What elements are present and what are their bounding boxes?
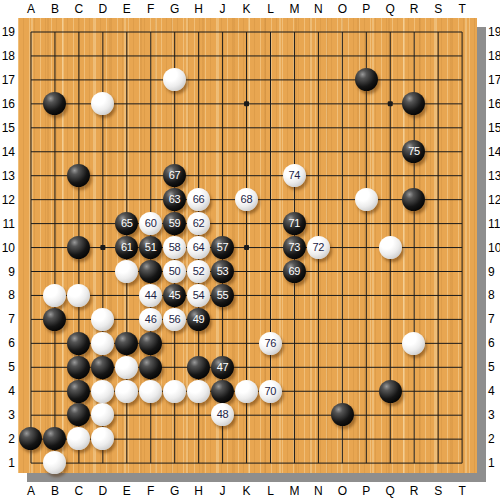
coord-label-bottom-B: B [43,483,67,499]
coord-label-bottom-O: O [330,483,354,499]
stone-white-H4[interactable] [187,380,210,403]
stone-white-F7[interactable]: 46 [139,308,162,331]
coord-label-left-10: 10 [0,236,15,260]
coord-label-right-13: 13 [488,164,500,188]
coord-label-bottom-E: E [115,483,139,499]
coord-label-top-N: N [306,1,330,17]
stone-white-H11[interactable]: 62 [187,212,210,235]
stone-black-F10[interactable]: 51 [139,236,162,259]
coord-label-right-15: 15 [488,116,500,140]
stone-white-D3[interactable] [91,403,114,426]
stone-white-D16[interactable] [91,92,114,115]
coord-label-top-P: P [354,1,378,17]
stone-black-E6[interactable] [115,332,138,355]
coord-label-bottom-T: T [450,483,474,499]
stone-white-F8[interactable]: 44 [139,284,162,307]
stone-white-H9[interactable]: 52 [187,260,210,283]
stone-black-G11[interactable]: 59 [163,212,186,235]
coord-label-bottom-P: P [354,483,378,499]
coord-label-top-F: F [139,1,163,17]
coord-label-bottom-D: D [91,483,115,499]
go-board[interactable]: 7567746366686560596271615158645773725052… [18,18,477,473]
coord-label-right-14: 14 [488,140,500,164]
coord-label-left-4: 4 [0,379,15,403]
coord-label-left-1: 1 [0,451,15,475]
coord-label-right-9: 9 [488,260,500,284]
coord-label-left-19: 19 [0,20,15,44]
stone-black-R14[interactable]: 75 [402,140,425,163]
stone-white-F4[interactable] [139,380,162,403]
stone-white-K12[interactable]: 68 [235,188,258,211]
stone-white-F11[interactable]: 60 [139,212,162,235]
stone-white-G10[interactable]: 58 [163,236,186,259]
stone-white-R6[interactable] [402,332,425,355]
coord-label-bottom-K: K [235,483,259,499]
coord-label-left-11: 11 [0,212,15,236]
coord-label-right-10: 10 [488,236,500,260]
coord-label-right-6: 6 [488,331,500,355]
coord-label-top-M: M [282,1,306,17]
coord-label-top-Q: Q [378,1,402,17]
stone-white-E5[interactable] [115,356,138,379]
stone-black-H5[interactable] [187,356,210,379]
stone-black-P17[interactable] [355,68,378,91]
stone-black-C6[interactable] [67,332,90,355]
stone-black-E10[interactable]: 61 [115,236,138,259]
coord-label-left-17: 17 [0,68,15,92]
stone-white-Q10[interactable] [379,236,402,259]
stone-black-F6[interactable] [139,332,162,355]
coord-label-top-C: C [67,1,91,17]
stone-white-C2[interactable] [67,427,90,450]
coord-label-right-3: 3 [488,403,500,427]
coord-label-right-8: 8 [488,283,500,307]
coord-label-top-K: K [235,1,259,17]
stone-black-O3[interactable] [331,403,354,426]
stone-white-H8[interactable]: 54 [187,284,210,307]
stone-white-E4[interactable] [115,380,138,403]
stone-white-G17[interactable] [163,68,186,91]
stone-black-Q4[interactable] [379,380,402,403]
stone-black-M10[interactable]: 73 [283,236,306,259]
coord-label-right-5: 5 [488,355,500,379]
stone-black-F9[interactable] [139,260,162,283]
stone-black-B2[interactable] [43,427,66,450]
go-diagram-page: 7567746366686560596271615158645773725052… [0,0,500,500]
coord-label-right-17: 17 [488,68,500,92]
stone-black-J10[interactable]: 57 [211,236,234,259]
coord-label-left-15: 15 [0,116,15,140]
stone-black-J8[interactable]: 55 [211,284,234,307]
coord-label-right-18: 18 [488,44,500,68]
stone-white-M13[interactable]: 74 [283,164,306,187]
coord-label-left-6: 6 [0,331,15,355]
stone-white-G7[interactable]: 56 [163,308,186,331]
board-intersections-grid[interactable]: 7567746366686560596271615158645773725052… [19,20,474,475]
stone-white-N10[interactable]: 72 [307,236,330,259]
coord-label-top-D: D [91,1,115,17]
stone-black-J5[interactable]: 47 [211,356,234,379]
stone-white-K4[interactable] [235,380,258,403]
coord-label-left-18: 18 [0,44,15,68]
coord-label-bottom-A: A [19,483,43,499]
stone-white-L4[interactable]: 70 [259,380,282,403]
stone-black-C4[interactable] [67,380,90,403]
coord-label-top-S: S [426,1,450,17]
stone-black-R12[interactable] [402,188,425,211]
stone-black-C5[interactable] [67,356,90,379]
coord-label-bottom-S: S [426,483,450,499]
coord-label-top-L: L [259,1,283,17]
stone-black-D5[interactable] [91,356,114,379]
stone-black-J4[interactable] [211,380,234,403]
stone-black-G12[interactable]: 63 [163,188,186,211]
stone-black-F5[interactable] [139,356,162,379]
coord-label-bottom-L: L [259,483,283,499]
coord-label-left-8: 8 [0,283,15,307]
stone-white-D6[interactable] [91,332,114,355]
stone-white-D7[interactable] [91,308,114,331]
stone-black-E11[interactable]: 65 [115,212,138,235]
stone-black-M9[interactable]: 69 [283,260,306,283]
stone-white-H10[interactable]: 64 [187,236,210,259]
coord-label-top-B: B [43,1,67,17]
stone-white-B1[interactable] [43,451,66,474]
coord-label-bottom-G: G [163,483,187,499]
coord-label-right-11: 11 [488,212,500,236]
coord-label-bottom-R: R [402,483,426,499]
stone-black-B16[interactable] [43,92,66,115]
stone-white-D4[interactable] [91,380,114,403]
coord-label-left-12: 12 [0,188,15,212]
stone-white-C8[interactable] [67,284,90,307]
stone-black-C10[interactable] [67,236,90,259]
coord-label-left-14: 14 [0,140,15,164]
stone-black-B7[interactable] [43,308,66,331]
coord-label-bottom-H: H [187,483,211,499]
coord-label-right-7: 7 [488,307,500,331]
stone-black-J9[interactable]: 53 [211,260,234,283]
coord-label-top-E: E [115,1,139,17]
stone-white-G4[interactable] [163,380,186,403]
coord-label-top-J: J [211,1,235,17]
coord-label-right-16: 16 [488,92,500,116]
coord-label-left-5: 5 [0,355,15,379]
coord-label-bottom-J: J [211,483,235,499]
coord-label-top-A: A [19,1,43,17]
coord-label-left-3: 3 [0,403,15,427]
stone-black-C13[interactable] [67,164,90,187]
stone-black-G13[interactable]: 67 [163,164,186,187]
coord-label-bottom-N: N [306,483,330,499]
stone-white-D2[interactable] [91,427,114,450]
coord-label-left-9: 9 [0,260,15,284]
coord-label-bottom-F: F [139,483,163,499]
coord-label-top-O: O [330,1,354,17]
coord-label-left-7: 7 [0,307,15,331]
coord-label-bottom-C: C [67,483,91,499]
coord-label-right-1: 1 [488,451,500,475]
stone-black-C3[interactable] [67,403,90,426]
coord-label-top-G: G [163,1,187,17]
stone-white-H12[interactable]: 66 [187,188,210,211]
coord-label-top-H: H [187,1,211,17]
stone-black-A2[interactable] [19,427,42,450]
coord-label-bottom-Q: Q [378,483,402,499]
coord-label-left-13: 13 [0,164,15,188]
stone-white-J3[interactable]: 48 [211,403,234,426]
coord-label-top-T: T [450,1,474,17]
stone-white-E9[interactable] [115,260,138,283]
stone-white-B8[interactable] [43,284,66,307]
coord-label-bottom-M: M [282,483,306,499]
coord-label-right-2: 2 [488,427,500,451]
coord-label-right-4: 4 [488,379,500,403]
stone-white-L6[interactable]: 76 [259,332,282,355]
stone-black-G8[interactable]: 45 [163,284,186,307]
stone-black-H7[interactable]: 49 [187,308,210,331]
stone-black-M11[interactable]: 71 [283,212,306,235]
stone-white-P12[interactable] [355,188,378,211]
stone-white-G9[interactable]: 50 [163,260,186,283]
coord-label-right-12: 12 [488,188,500,212]
coord-label-left-16: 16 [0,92,15,116]
coord-label-top-R: R [402,1,426,17]
coord-label-right-19: 19 [488,20,500,44]
coord-label-left-2: 2 [0,427,15,451]
stone-black-R16[interactable] [402,92,425,115]
